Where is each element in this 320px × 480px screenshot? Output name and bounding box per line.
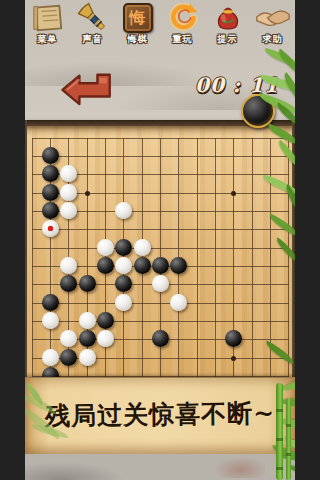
black-stone [79, 275, 96, 292]
black-stone [170, 257, 187, 274]
toolbar-label: 求助 [263, 34, 283, 45]
white-stone [79, 349, 96, 366]
grid-line-horizontal [32, 303, 290, 304]
turn-indicator-stone [241, 94, 275, 128]
white-stone [42, 349, 59, 366]
toolbar: 菜单声音悔悔棋重玩提示求助 [25, 2, 295, 45]
lucky-pouch-icon [213, 2, 243, 34]
white-stone [134, 239, 151, 256]
toolbar-button-undo[interactable]: 悔悔棋 [115, 2, 160, 45]
bamboo-leaf [263, 48, 295, 67]
white-stone [42, 312, 59, 329]
white-stone [60, 165, 77, 182]
black-stone [60, 349, 77, 366]
toolbar-label: 菜单 [38, 34, 58, 45]
black-stone [97, 257, 114, 274]
grid-line-horizontal [32, 248, 290, 249]
hui-seal-icon: 悔 [123, 2, 153, 34]
black-stone [97, 312, 114, 329]
black-stone [60, 275, 77, 292]
toolbar-label: 提示 [218, 34, 238, 45]
promo-banner[interactable]: 残局过关惊喜不断~ [25, 377, 295, 480]
bamboo-leaf [280, 72, 295, 99]
white-stone [115, 202, 132, 219]
banner-text: 残局过关惊喜不断~ [25, 376, 295, 433]
white-stone [170, 294, 187, 311]
grid-line-horizontal [32, 138, 290, 139]
grid-line-horizontal [32, 229, 290, 230]
hui-seal-icon: 悔 [123, 3, 153, 33]
star-point [85, 191, 90, 196]
white-stone [115, 257, 132, 274]
back-arrow-icon [58, 70, 116, 106]
app-screen: 菜单声音悔悔棋重玩提示求助 00 : 11 残局过关惊喜不断~ [25, 0, 295, 480]
goban[interactable] [25, 120, 295, 382]
black-stone [115, 275, 132, 292]
grid-line-horizontal [32, 156, 290, 157]
white-stone [60, 257, 77, 274]
handshake-icon [255, 2, 291, 34]
grid-line-horizontal [32, 321, 290, 322]
white-stone [60, 330, 77, 347]
toolbar-button-replay[interactable]: 重玩 [160, 2, 205, 45]
board-rim-right [292, 120, 295, 382]
white-stone [97, 239, 114, 256]
banner-paper: 残局过关惊喜不断~ [25, 377, 295, 455]
white-stone [97, 330, 114, 347]
black-stone [79, 330, 96, 347]
replay-swirl-icon [167, 2, 199, 34]
white-stone [79, 312, 96, 329]
board-rim-left [25, 120, 27, 382]
toolbar-button-help[interactable]: 求助 [250, 2, 295, 45]
black-stone [42, 294, 59, 311]
banner-lower-strip [25, 454, 295, 480]
black-stone [42, 202, 59, 219]
toolbar-label: 悔棋 [128, 34, 148, 45]
white-stone [60, 184, 77, 201]
black-stone [225, 330, 242, 347]
red-seal-art [205, 458, 265, 478]
bamboo-leaf [275, 48, 295, 74]
ink-landscape-art [25, 456, 145, 480]
black-stone [42, 184, 59, 201]
toolbar-button-menu[interactable]: 菜单 [25, 2, 70, 45]
black-stone [42, 165, 59, 182]
scroll-menu-icon [31, 2, 65, 34]
undo-character: 悔 [130, 8, 146, 29]
black-stone [152, 330, 169, 347]
black-stone [152, 257, 169, 274]
star-point [231, 356, 236, 361]
white-stone [60, 202, 77, 219]
back-button[interactable] [58, 70, 116, 106]
toolbar-label: 重玩 [173, 34, 193, 45]
star-point [231, 191, 236, 196]
white-stone [152, 275, 169, 292]
toolbar-label: 声音 [83, 34, 103, 45]
toolbar-button-hint[interactable]: 提示 [205, 2, 250, 45]
toolbar-button-sound[interactable]: 声音 [70, 2, 115, 45]
horn-sound-icon [77, 2, 109, 34]
black-stone [134, 257, 151, 274]
timer: 00 : 11 [195, 73, 279, 97]
white-stone [115, 294, 132, 311]
black-stone [42, 147, 59, 164]
black-stone [115, 239, 132, 256]
